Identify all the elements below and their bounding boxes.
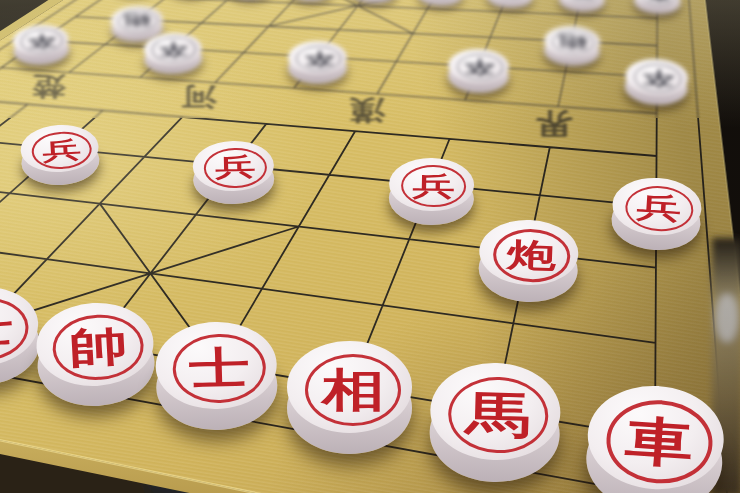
piece-ring: 相 <box>305 354 401 426</box>
piece-ring: 兵 <box>623 184 694 233</box>
piece-ring: 卒 <box>151 36 195 62</box>
piece-ring: 士 <box>172 332 267 403</box>
piece-character: 卒 <box>464 59 495 77</box>
piece-character: 卒 <box>304 50 334 67</box>
piece-ring: 炮 <box>492 228 571 284</box>
river-label-character: 界 <box>535 105 573 143</box>
piece-face: 卒 <box>288 40 348 73</box>
piece-ring: 兵 <box>31 130 93 171</box>
piece-character: 卒 <box>159 41 188 58</box>
piece-side <box>352 0 397 3</box>
piece-character: 士 <box>0 307 15 351</box>
piece-black-soldier[interactable]: 卒 <box>11 24 70 68</box>
piece-red-soldier[interactable]: 兵 <box>609 176 703 253</box>
piece-ring: 卒 <box>296 45 341 71</box>
piece-ring: 兵 <box>204 147 267 188</box>
piece-black-soldier[interactable]: 卒 <box>288 40 348 83</box>
river-label-character: 河 <box>182 79 217 114</box>
piece-red-soldier[interactable]: 兵 <box>19 123 100 188</box>
piece-red-horse[interactable]: 馬 <box>428 361 562 484</box>
piece-character: 相 <box>321 367 384 413</box>
piece-black-cannon[interactable]: 砲 <box>543 25 601 68</box>
river-label-character: 漢 <box>348 91 385 127</box>
piece-red-advisor[interactable]: 士 <box>155 320 279 431</box>
piece-character: 兵 <box>215 155 256 181</box>
piece-ring: 卒 <box>456 54 503 82</box>
piece-ring: 砲 <box>118 9 158 33</box>
piece-black-general[interactable]: 將 <box>352 0 397 4</box>
piece-ring: 砲 <box>551 29 595 55</box>
piece-black-soldier[interactable]: 卒 <box>143 32 202 75</box>
piece-character: 砲 <box>125 13 152 28</box>
piece-black-soldier[interactable]: 卒 <box>447 49 509 95</box>
piece-ring: 馬 <box>447 375 549 454</box>
piece-ring: 車 <box>604 397 715 486</box>
piece-character: 馬 <box>465 389 532 440</box>
piece-side <box>418 0 464 6</box>
piece-red-cannon[interactable]: 炮 <box>477 219 579 304</box>
river-label-character: 楚 <box>32 68 66 102</box>
piece-black-horse[interactable]: 馬 <box>558 0 606 12</box>
piece-black-advisor[interactable]: 士 <box>288 0 333 1</box>
piece-character: 卒 <box>642 68 675 88</box>
piece-red-chariot[interactable]: 車 <box>583 382 726 493</box>
piece-black-soldier[interactable]: 卒 <box>624 57 690 107</box>
piece-character: 車 <box>647 0 671 2</box>
piece-character: 炮 <box>506 239 556 273</box>
piece-black-advisor[interactable]: 士 <box>418 0 464 6</box>
piece-character: 兵 <box>42 138 82 164</box>
piece-ring: 卒 <box>20 28 64 55</box>
piece-character: 兵 <box>635 193 681 224</box>
piece-face: 相 <box>287 341 412 433</box>
photo-stage: 車馬象士將士象馬車砲砲卒卒卒卒卒兵兵兵兵兵炮炮相士帥士相馬車楚河漢界 <box>0 0 740 493</box>
piece-character: 兵 <box>412 173 455 200</box>
piece-red-general[interactable]: 帥 <box>34 300 156 409</box>
piece-character: 卒 <box>27 33 56 50</box>
piece-ring: 卒 <box>634 63 683 94</box>
piece-ring: 兵 <box>400 165 466 208</box>
right-edge-highlight-blob <box>716 294 738 342</box>
piece-side <box>289 0 334 1</box>
piece-character: 砲 <box>558 34 587 51</box>
piece-character: 士 <box>189 345 251 390</box>
piece-ring: 帥 <box>51 312 145 383</box>
piece-character: 帥 <box>67 325 128 370</box>
piece-red-soldier[interactable]: 兵 <box>388 158 474 227</box>
piece-red-elephant[interactable]: 相 <box>287 341 412 454</box>
piece-character: 車 <box>624 414 695 470</box>
piece-red-soldier[interactable]: 兵 <box>193 140 276 205</box>
